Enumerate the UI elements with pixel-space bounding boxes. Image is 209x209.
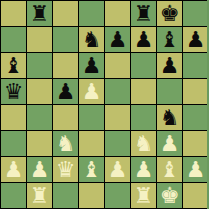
- square-c1[interactable]: [53, 183, 78, 208]
- piece-black-pawn[interactable]: ♟: [56, 81, 76, 103]
- square-g5[interactable]: [157, 79, 182, 104]
- square-g8[interactable]: ♚: [157, 1, 182, 26]
- square-h8[interactable]: [183, 1, 208, 26]
- square-b7[interactable]: [27, 27, 52, 52]
- piece-black-pawn[interactable]: ♟: [82, 55, 102, 77]
- piece-white-knight[interactable]: ♞: [56, 133, 76, 155]
- square-a3[interactable]: [1, 131, 26, 156]
- piece-white-bishop[interactable]: ♝: [160, 159, 180, 181]
- square-f2[interactable]: ♟: [131, 157, 156, 182]
- square-e6[interactable]: [105, 53, 130, 78]
- square-g2[interactable]: ♝: [157, 157, 182, 182]
- piece-white-bishop[interactable]: ♝: [82, 159, 102, 181]
- square-e1[interactable]: [105, 183, 130, 208]
- square-c3[interactable]: ♞: [53, 131, 78, 156]
- square-g6[interactable]: ♟: [157, 53, 182, 78]
- square-f1[interactable]: ♜: [131, 183, 156, 208]
- square-h2[interactable]: ♟: [183, 157, 208, 182]
- piece-white-king[interactable]: ♚: [160, 185, 180, 207]
- chess-board-window: ♜♜♚♞♟♟♝♟♝♟♟♛♟♟♞♞♞♟♟♟♛♝♟♟♝♟♜♜♚: [0, 0, 209, 209]
- square-d7[interactable]: ♞: [79, 27, 104, 52]
- square-f7[interactable]: ♟: [131, 27, 156, 52]
- square-a8[interactable]: [1, 1, 26, 26]
- piece-black-pawn[interactable]: ♟: [160, 55, 180, 77]
- piece-white-pawn[interactable]: ♟: [160, 133, 180, 155]
- piece-black-king[interactable]: ♚: [160, 3, 180, 25]
- piece-black-pawn[interactable]: ♟: [134, 29, 154, 51]
- square-a2[interactable]: ♟: [1, 157, 26, 182]
- piece-black-bishop[interactable]: ♝: [4, 55, 24, 77]
- piece-black-knight[interactable]: ♞: [160, 107, 180, 129]
- square-a1[interactable]: [1, 183, 26, 208]
- square-f4[interactable]: [131, 105, 156, 130]
- piece-black-pawn[interactable]: ♟: [186, 29, 206, 51]
- piece-black-rook[interactable]: ♜: [134, 3, 154, 25]
- square-h7[interactable]: ♟: [183, 27, 208, 52]
- square-b5[interactable]: [27, 79, 52, 104]
- square-e3[interactable]: [105, 131, 130, 156]
- square-b4[interactable]: [27, 105, 52, 130]
- square-h5[interactable]: [183, 79, 208, 104]
- square-e4[interactable]: [105, 105, 130, 130]
- square-g7[interactable]: ♝: [157, 27, 182, 52]
- square-b2[interactable]: ♟: [27, 157, 52, 182]
- piece-white-queen[interactable]: ♛: [56, 159, 76, 181]
- square-d1[interactable]: [79, 183, 104, 208]
- square-a6[interactable]: ♝: [1, 53, 26, 78]
- chess-board: ♜♜♚♞♟♟♝♟♝♟♟♛♟♟♞♞♞♟♟♟♛♝♟♟♝♟♜♜♚: [0, 0, 209, 209]
- piece-black-knight[interactable]: ♞: [82, 29, 102, 51]
- piece-white-pawn[interactable]: ♟: [186, 159, 206, 181]
- square-g1[interactable]: ♚: [157, 183, 182, 208]
- square-c7[interactable]: [53, 27, 78, 52]
- square-h6[interactable]: [183, 53, 208, 78]
- square-g4[interactable]: ♞: [157, 105, 182, 130]
- piece-white-pawn[interactable]: ♟: [4, 159, 24, 181]
- square-a5[interactable]: ♛: [1, 79, 26, 104]
- square-f5[interactable]: [131, 79, 156, 104]
- square-c4[interactable]: [53, 105, 78, 130]
- piece-white-pawn[interactable]: ♟: [82, 81, 102, 103]
- piece-white-pawn[interactable]: ♟: [30, 159, 50, 181]
- square-d4[interactable]: [79, 105, 104, 130]
- square-h3[interactable]: [183, 131, 208, 156]
- square-d5[interactable]: ♟: [79, 79, 104, 104]
- piece-white-rook[interactable]: ♜: [30, 185, 50, 207]
- square-f8[interactable]: ♜: [131, 1, 156, 26]
- square-b6[interactable]: [27, 53, 52, 78]
- square-f6[interactable]: [131, 53, 156, 78]
- square-g3[interactable]: ♟: [157, 131, 182, 156]
- square-a4[interactable]: [1, 105, 26, 130]
- square-h4[interactable]: [183, 105, 208, 130]
- square-c8[interactable]: [53, 1, 78, 26]
- piece-white-rook[interactable]: ♜: [134, 185, 154, 207]
- square-h1[interactable]: [183, 183, 208, 208]
- square-e8[interactable]: [105, 1, 130, 26]
- square-b3[interactable]: [27, 131, 52, 156]
- piece-white-knight[interactable]: ♞: [134, 133, 154, 155]
- square-b1[interactable]: ♜: [27, 183, 52, 208]
- square-a7[interactable]: [1, 27, 26, 52]
- piece-white-pawn[interactable]: ♟: [108, 159, 128, 181]
- piece-black-rook[interactable]: ♜: [30, 3, 50, 25]
- square-e2[interactable]: ♟: [105, 157, 130, 182]
- square-c2[interactable]: ♛: [53, 157, 78, 182]
- square-b8[interactable]: ♜: [27, 1, 52, 26]
- square-e5[interactable]: [105, 79, 130, 104]
- piece-white-pawn[interactable]: ♟: [134, 159, 154, 181]
- piece-black-bishop[interactable]: ♝: [160, 29, 180, 51]
- square-c6[interactable]: [53, 53, 78, 78]
- square-f3[interactable]: ♞: [131, 131, 156, 156]
- square-d2[interactable]: ♝: [79, 157, 104, 182]
- square-e7[interactable]: ♟: [105, 27, 130, 52]
- square-d6[interactable]: ♟: [79, 53, 104, 78]
- piece-black-queen[interactable]: ♛: [4, 81, 24, 103]
- square-c5[interactable]: ♟: [53, 79, 78, 104]
- piece-black-pawn[interactable]: ♟: [108, 29, 128, 51]
- square-d3[interactable]: [79, 131, 104, 156]
- square-d8[interactable]: [79, 1, 104, 26]
